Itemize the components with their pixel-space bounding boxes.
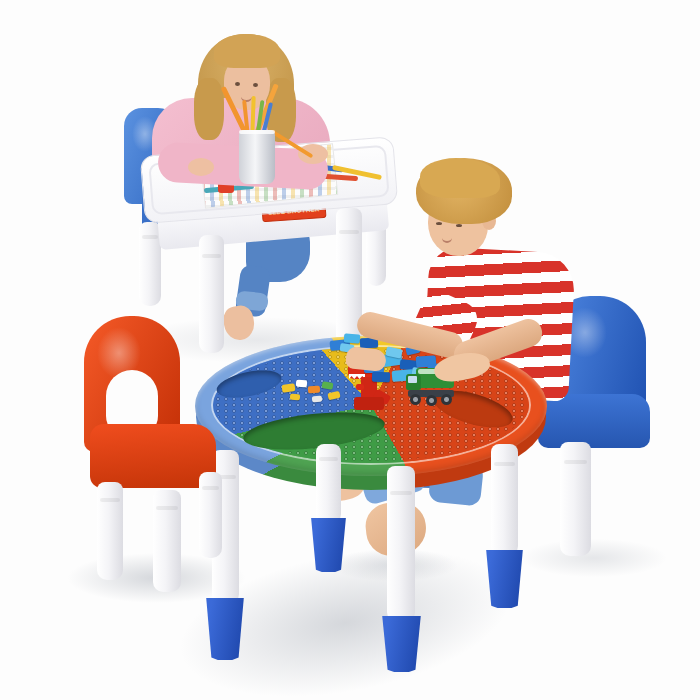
truck-wheel [410,394,421,405]
round-table-leg-back [316,444,341,524]
product-photo-stage: LELE BROTHER [0,0,700,700]
boy-hair-fringe [420,158,500,198]
round-table-blue-foot-front [381,616,422,672]
round-table-blue-foot-right [485,550,524,608]
block-piece [282,383,296,393]
round-table-blue-foot-left [205,598,245,660]
dinosaur-legs [354,397,384,410]
boy-blue-chair-seat [538,394,650,448]
red-chair-seat [90,424,216,488]
red-chair-leg-front-right [153,490,181,592]
block-piece [327,391,340,400]
red-chair-leg-front-left [97,482,123,580]
girl-bangs [214,34,280,68]
truck-wheel [441,394,452,405]
block-piece [308,386,320,394]
round-table-leg-front [387,466,415,622]
floor-shadow-blue-chair [518,538,670,578]
block-piece [321,381,333,390]
girl-hair-strand-left [194,78,224,140]
block-piece [344,333,361,343]
block-piece [372,372,390,383]
truck-wheel [426,395,437,406]
girl-right-hand [298,144,328,164]
block-piece [296,380,308,388]
round-table-leg-right [491,444,518,556]
truck-window [408,376,417,383]
scattered-block-pieces [282,372,346,404]
block-piece [290,394,300,401]
block-piece [312,395,323,402]
square-table-leg-rear-left [139,222,161,306]
pencil-cup [239,130,275,184]
red-chair-leg-rear [199,472,222,558]
round-table-blue-foot-back [310,518,347,572]
boy-blue-chair-leg [560,442,591,556]
square-table-leg-front-left [199,235,224,353]
girl-left-hand [188,158,214,176]
